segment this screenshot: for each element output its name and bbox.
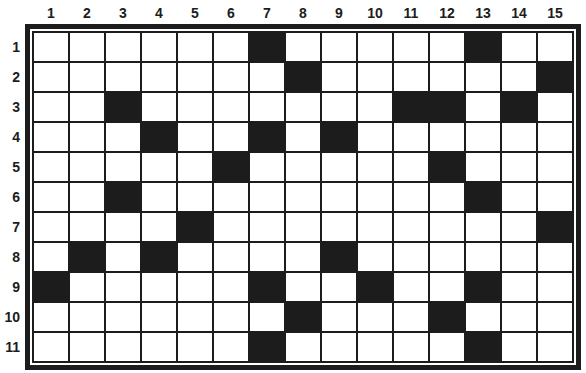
grid-cell-r9c10-black[interactable] xyxy=(358,273,392,301)
grid-cell-r9c4-white[interactable] xyxy=(142,273,176,301)
col-label-11: 11 xyxy=(394,2,428,24)
col-label-15: 15 xyxy=(538,2,572,24)
row-label-8: 8 xyxy=(2,243,25,271)
row-labels: 1234567891011 xyxy=(2,24,25,361)
grid-cell-r3c11-black[interactable] xyxy=(394,93,428,121)
grid-cell-r9c5-white[interactable] xyxy=(178,273,212,301)
grid-cell-r4c3-white[interactable] xyxy=(106,123,140,151)
grid-cell-r8c3-white[interactable] xyxy=(106,243,140,271)
grid-cell-r2c10-white[interactable] xyxy=(358,63,392,91)
grid-cell-r2c4-white[interactable] xyxy=(142,63,176,91)
grid-cell-r10c12-black[interactable] xyxy=(430,303,464,331)
col-label-5: 5 xyxy=(178,2,212,24)
grid-cell-r3c5-white[interactable] xyxy=(178,93,212,121)
grid-cell-r5c13-white[interactable] xyxy=(466,153,500,181)
grid-cell-r1c15-white[interactable] xyxy=(538,33,572,61)
grid-cell-r2c13-white[interactable] xyxy=(466,63,500,91)
grid-cell-r6c6-white[interactable] xyxy=(214,183,248,211)
grid-cell-r6c12-white[interactable] xyxy=(430,183,464,211)
grid-cell-r3c1-white[interactable] xyxy=(34,93,68,121)
grid-cell-r9c13-black[interactable] xyxy=(466,273,500,301)
grid-cell-r6c3-black[interactable] xyxy=(106,183,140,211)
grid-cell-r9c12-white[interactable] xyxy=(430,273,464,301)
grid-cell-r11c7-black[interactable] xyxy=(250,333,284,361)
grid-cell-r10c8-black[interactable] xyxy=(286,303,320,331)
col-label-12: 12 xyxy=(430,2,464,24)
grid-cell-r1c7-black[interactable] xyxy=(250,33,284,61)
grid-cell-r4c12-white[interactable] xyxy=(430,123,464,151)
grid-cell-r2c5-white[interactable] xyxy=(178,63,212,91)
col-label-13: 13 xyxy=(466,2,500,24)
col-label-8: 8 xyxy=(286,2,320,24)
grid-cell-r1c13-black[interactable] xyxy=(466,33,500,61)
grid-cell-r7c10-white[interactable] xyxy=(358,213,392,241)
grid-cell-r1c10-white[interactable] xyxy=(358,33,392,61)
grid-cell-r5c2-white[interactable] xyxy=(70,153,104,181)
grid-cell-r7c9-white[interactable] xyxy=(322,213,356,241)
grid-cell-r3c15-white[interactable] xyxy=(538,93,572,121)
grid-cell-r10c3-white[interactable] xyxy=(106,303,140,331)
grid-cell-r11c15-white[interactable] xyxy=(538,333,572,361)
grid-cell-r10c13-white[interactable] xyxy=(466,303,500,331)
grid-cell-r2c2-white[interactable] xyxy=(70,63,104,91)
grid-cell-r11c4-white[interactable] xyxy=(142,333,176,361)
grid-cell-r2c9-white[interactable] xyxy=(322,63,356,91)
grid-cell-r9c14-white[interactable] xyxy=(502,273,536,301)
grid-cell-r8c4-black[interactable] xyxy=(142,243,176,271)
grid-cell-r1c12-white[interactable] xyxy=(430,33,464,61)
grid-cell-r8c15-white[interactable] xyxy=(538,243,572,271)
grid-cell-r2c12-white[interactable] xyxy=(430,63,464,91)
grid-cell-r11c2-white[interactable] xyxy=(70,333,104,361)
col-label-7: 7 xyxy=(250,2,284,24)
grid-cell-r11c6-white[interactable] xyxy=(214,333,248,361)
grid-cell-r4c8-white[interactable] xyxy=(286,123,320,151)
grid-cell-r3c8-white[interactable] xyxy=(286,93,320,121)
grid-cell-r6c7-white[interactable] xyxy=(250,183,284,211)
col-label-3: 3 xyxy=(106,2,140,24)
grid-cell-r11c3-white[interactable] xyxy=(106,333,140,361)
grid-cell-r1c14-white[interactable] xyxy=(502,33,536,61)
grid-cell-r7c2-white[interactable] xyxy=(70,213,104,241)
grid-cell-r11c14-white[interactable] xyxy=(502,333,536,361)
row-label-7: 7 xyxy=(2,213,25,241)
grid-cell-r10c5-white[interactable] xyxy=(178,303,212,331)
grid-cell-r10c10-white[interactable] xyxy=(358,303,392,331)
grid-cell-r6c8-white[interactable] xyxy=(286,183,320,211)
grid-cell-r8c6-white[interactable] xyxy=(214,243,248,271)
grid-cell-r7c3-white[interactable] xyxy=(106,213,140,241)
grid-cell-r1c6-white[interactable] xyxy=(214,33,248,61)
grid-cell-r7c6-white[interactable] xyxy=(214,213,248,241)
grid-cell-r11c1-white[interactable] xyxy=(34,333,68,361)
grid-cell-r7c11-white[interactable] xyxy=(394,213,428,241)
grid-cell-r10c7-white[interactable] xyxy=(250,303,284,331)
grid-cell-r2c15-black[interactable] xyxy=(538,63,572,91)
grid-cell-r10c6-white[interactable] xyxy=(214,303,248,331)
grid-cell-r6c14-white[interactable] xyxy=(502,183,536,211)
grid-cell-r5c5-white[interactable] xyxy=(178,153,212,181)
col-label-6: 6 xyxy=(214,2,248,24)
grid-cell-r4c9-black[interactable] xyxy=(322,123,356,151)
grid-cell-r7c4-white[interactable] xyxy=(142,213,176,241)
grid-cell-r10c2-white[interactable] xyxy=(70,303,104,331)
grid-cell-r2c14-white[interactable] xyxy=(502,63,536,91)
grid-cell-r9c8-white[interactable] xyxy=(286,273,320,301)
corner-spacer xyxy=(2,2,25,24)
grid-cell-r6c4-white[interactable] xyxy=(142,183,176,211)
grid-cell-r4c2-white[interactable] xyxy=(70,123,104,151)
grid-cell-r1c5-white[interactable] xyxy=(178,33,212,61)
grid-cell-r4c13-white[interactable] xyxy=(466,123,500,151)
col-label-2: 2 xyxy=(70,2,104,24)
grid-cell-r6c1-white[interactable] xyxy=(34,183,68,211)
grid-cell-r3c7-white[interactable] xyxy=(250,93,284,121)
grid-cell-r2c8-black[interactable] xyxy=(286,63,320,91)
puzzle-board: 123456789101112131415 1234567891011 xyxy=(0,0,581,370)
grid-cell-r5c7-white[interactable] xyxy=(250,153,284,181)
grid-cell-r5c10-white[interactable] xyxy=(358,153,392,181)
grid-cell-r4c5-white[interactable] xyxy=(178,123,212,151)
grid-cell-r2c1-white[interactable] xyxy=(34,63,68,91)
grid-cell-r9c3-white[interactable] xyxy=(106,273,140,301)
grid-cell-r2c6-white[interactable] xyxy=(214,63,248,91)
grid-cell-r1c2-white[interactable] xyxy=(70,33,104,61)
board-main: 1234567891011 xyxy=(2,24,581,370)
grid-cell-r6c9-white[interactable] xyxy=(322,183,356,211)
grid-cell-r4c6-white[interactable] xyxy=(214,123,248,151)
row-label-2: 2 xyxy=(2,63,25,91)
grid-cell-r9c6-white[interactable] xyxy=(214,273,248,301)
grid-cell-r3c13-white[interactable] xyxy=(466,93,500,121)
grid-cell-r5c15-white[interactable] xyxy=(538,153,572,181)
grid-cell-r5c4-white[interactable] xyxy=(142,153,176,181)
grid-cell-r1c8-white[interactable] xyxy=(286,33,320,61)
grid-cell-r5c6-black[interactable] xyxy=(214,153,248,181)
grid-cell-r3c12-black[interactable] xyxy=(430,93,464,121)
col-label-14: 14 xyxy=(502,2,536,24)
grid-cell-r4c10-white[interactable] xyxy=(358,123,392,151)
grid-cell-r1c3-white[interactable] xyxy=(106,33,140,61)
grid-cell-r11c11-white[interactable] xyxy=(394,333,428,361)
grid-cell-r7c8-white[interactable] xyxy=(286,213,320,241)
row-label-1: 1 xyxy=(2,33,25,61)
grid-cell-r9c9-white[interactable] xyxy=(322,273,356,301)
row-label-10: 10 xyxy=(2,303,25,331)
grid-frame xyxy=(25,24,581,370)
grid-cell-r3c14-black[interactable] xyxy=(502,93,536,121)
row-label-3: 3 xyxy=(2,93,25,121)
grid-cell-r8c13-white[interactable] xyxy=(466,243,500,271)
row-label-6: 6 xyxy=(2,183,25,211)
grid-cell-r1c1-white[interactable] xyxy=(34,33,68,61)
grid-cell-r10c11-white[interactable] xyxy=(394,303,428,331)
grid-cell-r1c9-white[interactable] xyxy=(322,33,356,61)
grid-cell-r2c11-white[interactable] xyxy=(394,63,428,91)
col-label-10: 10 xyxy=(358,2,392,24)
grid-cell-r3c9-white[interactable] xyxy=(322,93,356,121)
grid-cell-r5c12-black[interactable] xyxy=(430,153,464,181)
grid-cell-r6c15-white[interactable] xyxy=(538,183,572,211)
grid-cell-r1c11-white[interactable] xyxy=(394,33,428,61)
grid-cell-r4c1-white[interactable] xyxy=(34,123,68,151)
grid-cell-r8c2-black[interactable] xyxy=(70,243,104,271)
grid-cell-r2c3-white[interactable] xyxy=(106,63,140,91)
grid-cell-r4c4-black[interactable] xyxy=(142,123,176,151)
grid-cell-r7c12-white[interactable] xyxy=(430,213,464,241)
grid-cell-r8c9-black[interactable] xyxy=(322,243,356,271)
grid-cell-r4c14-white[interactable] xyxy=(502,123,536,151)
grid-cell-r4c7-black[interactable] xyxy=(250,123,284,151)
grid-cell-r5c11-white[interactable] xyxy=(394,153,428,181)
grid-cell-r5c3-white[interactable] xyxy=(106,153,140,181)
grid-cell-r4c15-white[interactable] xyxy=(538,123,572,151)
puzzle-grid xyxy=(32,31,574,363)
grid-cell-r11c9-white[interactable] xyxy=(322,333,356,361)
grid-cell-r6c10-white[interactable] xyxy=(358,183,392,211)
grid-cell-r10c1-white[interactable] xyxy=(34,303,68,331)
grid-cell-r11c12-white[interactable] xyxy=(430,333,464,361)
grid-cell-r3c6-white[interactable] xyxy=(214,93,248,121)
row-label-4: 4 xyxy=(2,123,25,151)
column-label-row: 123456789101112131415 xyxy=(2,2,581,24)
grid-cell-r11c10-white[interactable] xyxy=(358,333,392,361)
grid-cell-r8c1-white[interactable] xyxy=(34,243,68,271)
grid-cell-r5c1-white[interactable] xyxy=(34,153,68,181)
col-label-4: 4 xyxy=(142,2,176,24)
grid-cell-r8c8-white[interactable] xyxy=(286,243,320,271)
grid-cell-r8c11-white[interactable] xyxy=(394,243,428,271)
grid-cell-r11c5-white[interactable] xyxy=(178,333,212,361)
grid-cell-r1c4-white[interactable] xyxy=(142,33,176,61)
grid-cell-r8c7-white[interactable] xyxy=(250,243,284,271)
grid-cell-r3c2-white[interactable] xyxy=(70,93,104,121)
grid-cell-r7c14-white[interactable] xyxy=(502,213,536,241)
grid-cell-r10c14-white[interactable] xyxy=(502,303,536,331)
grid-cell-r8c5-white[interactable] xyxy=(178,243,212,271)
grid-cell-r3c10-white[interactable] xyxy=(358,93,392,121)
grid-cell-r10c15-white[interactable] xyxy=(538,303,572,331)
col-label-1: 1 xyxy=(34,2,68,24)
column-labels: 123456789101112131415 xyxy=(25,2,572,24)
grid-cell-r10c4-white[interactable] xyxy=(142,303,176,331)
grid-cell-r11c8-white[interactable] xyxy=(286,333,320,361)
grid-cell-r5c14-white[interactable] xyxy=(502,153,536,181)
grid-cell-r3c4-white[interactable] xyxy=(142,93,176,121)
grid-cell-r10c9-white[interactable] xyxy=(322,303,356,331)
grid-cell-r6c11-white[interactable] xyxy=(394,183,428,211)
row-label-11: 11 xyxy=(2,333,25,361)
col-label-9: 9 xyxy=(322,2,356,24)
grid-cell-r7c5-black[interactable] xyxy=(178,213,212,241)
grid-cell-r7c7-white[interactable] xyxy=(250,213,284,241)
row-label-9: 9 xyxy=(2,273,25,301)
grid-cell-r2c7-white[interactable] xyxy=(250,63,284,91)
grid-cell-r7c15-black[interactable] xyxy=(538,213,572,241)
grid-cell-r6c5-white[interactable] xyxy=(178,183,212,211)
grid-cell-r9c15-white[interactable] xyxy=(538,273,572,301)
grid-cell-r6c13-black[interactable] xyxy=(466,183,500,211)
grid-cell-r8c12-white[interactable] xyxy=(430,243,464,271)
grid-cell-r9c1-black[interactable] xyxy=(34,273,68,301)
grid-cell-r11c13-black[interactable] xyxy=(466,333,500,361)
grid-cell-r5c8-white[interactable] xyxy=(286,153,320,181)
grid-cell-r9c2-white[interactable] xyxy=(70,273,104,301)
grid-cell-r5c9-white[interactable] xyxy=(322,153,356,181)
grid-cell-r7c1-white[interactable] xyxy=(34,213,68,241)
grid-cell-r8c14-white[interactable] xyxy=(502,243,536,271)
grid-cell-r4c11-white[interactable] xyxy=(394,123,428,151)
grid-cell-r9c7-black[interactable] xyxy=(250,273,284,301)
grid-cell-r9c11-white[interactable] xyxy=(394,273,428,301)
grid-cell-r3c3-black[interactable] xyxy=(106,93,140,121)
row-label-5: 5 xyxy=(2,153,25,181)
grid-cell-r6c2-white[interactable] xyxy=(70,183,104,211)
grid-cell-r8c10-white[interactable] xyxy=(358,243,392,271)
grid-cell-r7c13-white[interactable] xyxy=(466,213,500,241)
